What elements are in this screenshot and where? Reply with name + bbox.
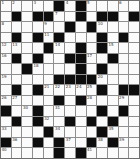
white-cell[interactable]: 38 (97, 138, 107, 148)
clue-number: 22 (55, 85, 60, 89)
black-cell (97, 33, 107, 43)
white-cell[interactable] (22, 127, 32, 137)
white-cell[interactable]: 26 (1, 96, 11, 106)
white-cell[interactable] (76, 106, 86, 116)
white-cell[interactable]: 20 (97, 75, 107, 85)
white-cell[interactable] (44, 64, 54, 74)
clue-number: 3 (34, 1, 37, 5)
white-cell[interactable] (129, 75, 139, 85)
white-cell[interactable] (129, 148, 139, 158)
black-cell (87, 75, 97, 85)
white-cell[interactable] (76, 22, 86, 32)
crossword-grid: 1234567891011121314151617181920212223242… (0, 0, 140, 159)
black-cell (22, 64, 32, 74)
white-cell[interactable] (65, 148, 75, 158)
clue-number: 23 (66, 85, 71, 89)
black-cell (12, 85, 22, 95)
white-cell[interactable] (97, 96, 107, 106)
black-cell (76, 148, 86, 158)
clue-number: 31 (55, 106, 60, 110)
white-cell[interactable] (87, 106, 97, 116)
white-cell[interactable]: 37 (65, 138, 75, 148)
black-cell (65, 75, 75, 85)
black-cell (97, 106, 107, 116)
white-cell[interactable] (87, 12, 97, 22)
white-cell[interactable]: 18 (33, 64, 43, 74)
black-cell (65, 117, 75, 127)
clue-number: 36 (12, 138, 17, 142)
black-cell (33, 85, 43, 95)
white-cell[interactable] (129, 96, 139, 106)
white-cell[interactable] (87, 127, 97, 137)
white-cell[interactable] (119, 117, 129, 127)
white-cell[interactable] (65, 64, 75, 74)
white-cell[interactable]: 8 (1, 22, 11, 32)
white-cell[interactable] (12, 148, 22, 158)
white-cell[interactable] (129, 33, 139, 43)
clue-number: 25 (87, 85, 92, 89)
black-cell (12, 33, 22, 43)
white-cell[interactable] (44, 138, 54, 148)
white-cell[interactable] (129, 54, 139, 64)
white-cell[interactable] (54, 117, 64, 127)
white-cell[interactable] (119, 22, 129, 32)
black-cell (54, 1, 64, 11)
white-cell[interactable]: 22 (54, 85, 64, 95)
white-cell[interactable] (44, 106, 54, 116)
clue-number: 4 (66, 1, 69, 5)
white-cell[interactable] (108, 33, 118, 43)
white-cell[interactable] (65, 127, 75, 137)
white-cell[interactable] (119, 54, 129, 64)
white-cell[interactable]: 39 (119, 138, 129, 148)
white-cell[interactable] (1, 64, 11, 74)
white-cell[interactable] (129, 43, 139, 53)
clue-number: 13 (12, 43, 17, 47)
black-cell (76, 43, 86, 53)
black-cell (54, 33, 64, 43)
clue-number: 12 (2, 43, 7, 47)
black-cell (76, 1, 86, 11)
white-cell[interactable] (22, 33, 32, 43)
black-cell (87, 138, 97, 148)
white-cell[interactable]: 36 (12, 138, 22, 148)
white-cell[interactable]: 16 (1, 54, 11, 64)
white-cell[interactable] (87, 33, 97, 43)
white-cell[interactable] (1, 33, 11, 43)
white-cell[interactable]: 12 (1, 43, 11, 53)
clue-number: 28 (87, 96, 92, 100)
black-cell (1, 106, 11, 116)
white-cell[interactable]: 9 (44, 22, 54, 32)
clue-number: 7 (55, 12, 58, 16)
white-cell[interactable] (119, 64, 129, 74)
white-cell[interactable]: 24 (76, 85, 86, 95)
black-cell (33, 54, 43, 64)
clue-number: 21 (44, 85, 49, 89)
white-cell[interactable] (76, 138, 86, 148)
white-cell[interactable] (12, 22, 22, 32)
white-cell[interactable] (22, 148, 32, 158)
white-cell[interactable]: 19 (1, 75, 11, 85)
white-cell[interactable]: 34 (54, 127, 64, 137)
white-cell[interactable] (129, 64, 139, 74)
white-cell[interactable] (22, 138, 32, 148)
white-cell[interactable] (33, 75, 43, 85)
white-cell[interactable] (108, 1, 118, 11)
clue-number: 33 (2, 127, 7, 131)
white-cell[interactable] (65, 96, 75, 106)
white-cell[interactable] (22, 43, 32, 53)
white-cell[interactable] (108, 22, 118, 32)
black-cell (12, 12, 22, 22)
white-cell[interactable] (97, 1, 107, 11)
white-cell[interactable] (22, 22, 32, 32)
white-cell[interactable] (76, 127, 86, 137)
black-cell (76, 96, 86, 106)
white-cell[interactable] (129, 1, 139, 11)
white-cell[interactable] (108, 106, 118, 116)
white-cell[interactable]: 15 (108, 43, 118, 53)
black-cell (33, 33, 43, 43)
white-cell[interactable] (108, 64, 118, 74)
black-cell (54, 96, 64, 106)
white-cell[interactable]: 41 (87, 148, 97, 158)
clue-number: 8 (2, 22, 5, 26)
black-cell (44, 12, 54, 22)
black-cell (54, 138, 64, 148)
black-cell (97, 85, 107, 95)
clue-number: 20 (98, 75, 103, 79)
white-cell[interactable] (33, 127, 43, 137)
white-cell[interactable] (12, 75, 22, 85)
white-cell[interactable]: 23 (65, 85, 75, 95)
clue-number: 2 (12, 1, 15, 5)
clue-number: 11 (44, 33, 49, 37)
white-cell[interactable] (129, 22, 139, 32)
clue-number: 32 (44, 117, 49, 121)
black-cell (33, 117, 43, 127)
white-cell[interactable] (12, 64, 22, 74)
white-cell[interactable]: 35 (108, 127, 118, 137)
white-cell[interactable] (44, 96, 54, 106)
white-cell[interactable]: 11 (44, 33, 54, 43)
white-cell[interactable] (22, 117, 32, 127)
black-cell (76, 75, 86, 85)
clue-number: 38 (98, 138, 103, 142)
black-cell (33, 138, 43, 148)
clue-number: 27 (12, 96, 17, 100)
black-cell (119, 85, 129, 95)
white-cell[interactable] (119, 75, 129, 85)
clue-number: 5 (87, 1, 90, 5)
black-cell (97, 127, 107, 137)
white-cell[interactable]: 10 (97, 22, 107, 32)
white-cell[interactable] (119, 43, 129, 53)
white-cell[interactable] (12, 127, 22, 137)
clue-number: 40 (2, 148, 7, 152)
black-cell (97, 64, 107, 74)
white-cell[interactable] (33, 96, 43, 106)
white-cell[interactable] (44, 54, 54, 64)
black-cell (87, 22, 97, 32)
white-cell[interactable] (22, 54, 32, 64)
white-cell[interactable] (1, 117, 11, 127)
black-cell (12, 54, 22, 64)
black-cell (44, 127, 54, 137)
black-cell (54, 75, 64, 85)
white-cell[interactable]: 6 (119, 1, 129, 11)
white-cell[interactable]: 30 (22, 106, 32, 116)
white-cell[interactable] (87, 43, 97, 53)
white-cell[interactable]: 40 (1, 148, 11, 158)
clue-number: 9 (44, 22, 47, 26)
white-cell[interactable] (65, 33, 75, 43)
white-cell[interactable] (1, 12, 11, 22)
white-cell[interactable] (97, 54, 107, 64)
white-cell[interactable] (108, 96, 118, 106)
black-cell (97, 43, 107, 53)
clue-number: 14 (55, 43, 60, 47)
black-cell (119, 106, 129, 116)
black-cell (129, 85, 139, 95)
black-cell (76, 12, 86, 22)
black-cell (108, 117, 118, 127)
white-cell[interactable] (22, 1, 32, 11)
white-cell[interactable] (97, 117, 107, 127)
white-cell[interactable]: 5 (87, 1, 97, 11)
white-cell[interactable] (65, 12, 75, 22)
white-cell[interactable] (119, 148, 129, 158)
white-cell[interactable] (97, 148, 107, 158)
white-cell[interactable] (44, 75, 54, 85)
clue-number: 35 (108, 127, 113, 131)
white-cell[interactable] (76, 117, 86, 127)
white-cell[interactable] (129, 117, 139, 127)
white-cell[interactable]: 31 (54, 106, 64, 116)
white-cell[interactable] (108, 148, 118, 158)
black-cell (12, 117, 22, 127)
clue-number: 29 (119, 96, 124, 100)
black-cell (76, 64, 86, 74)
white-cell[interactable] (129, 138, 139, 148)
white-cell[interactable] (65, 106, 75, 116)
white-cell[interactable]: 33 (1, 127, 11, 137)
white-cell[interactable]: 28 (87, 96, 97, 106)
white-cell[interactable] (22, 85, 32, 95)
white-cell[interactable] (12, 106, 22, 116)
black-cell (87, 117, 97, 127)
crossword-page: 1234567891011121314151617181920212223242… (0, 0, 140, 159)
white-cell[interactable]: 17 (87, 54, 97, 64)
white-cell[interactable] (1, 85, 11, 95)
clue-number: 41 (87, 148, 92, 152)
black-cell (129, 12, 139, 22)
black-cell (76, 54, 86, 64)
clue-number: 37 (66, 138, 71, 142)
clue-number: 39 (119, 138, 124, 142)
clue-number: 26 (2, 96, 7, 100)
white-cell[interactable]: 3 (33, 1, 43, 11)
clue-number: 1 (2, 1, 5, 5)
white-cell[interactable] (129, 127, 139, 137)
white-cell[interactable]: 13 (12, 43, 22, 53)
black-cell (1, 138, 11, 148)
white-cell[interactable] (33, 22, 43, 32)
white-cell[interactable] (54, 54, 64, 64)
black-cell (65, 54, 75, 64)
clue-number: 15 (108, 43, 113, 47)
white-cell[interactable] (33, 43, 43, 53)
white-cell[interactable] (54, 64, 64, 74)
white-cell[interactable] (119, 127, 129, 137)
clue-number: 34 (55, 127, 60, 131)
white-cell[interactable]: 7 (54, 12, 64, 22)
white-cell[interactable]: 14 (54, 43, 64, 53)
clue-number: 6 (119, 1, 122, 5)
black-cell (65, 22, 75, 32)
white-cell[interactable]: 1 (1, 1, 11, 11)
white-cell[interactable] (76, 33, 86, 43)
white-cell[interactable] (44, 1, 54, 11)
black-cell (108, 54, 118, 64)
clue-number: 16 (2, 54, 7, 58)
white-cell[interactable]: 27 (12, 96, 22, 106)
white-cell[interactable]: 2 (12, 1, 22, 11)
white-cell[interactable]: 29 (119, 96, 129, 106)
white-cell[interactable] (22, 96, 32, 106)
white-cell[interactable] (108, 85, 118, 95)
clue-number: 17 (87, 54, 92, 58)
white-cell[interactable] (108, 75, 118, 85)
white-cell[interactable] (44, 148, 54, 158)
black-cell (108, 12, 118, 22)
white-cell[interactable]: 21 (44, 85, 54, 95)
white-cell[interactable]: 32 (44, 117, 54, 127)
black-cell (44, 43, 54, 53)
black-cell (108, 138, 118, 148)
clue-number: 10 (98, 22, 103, 26)
white-cell[interactable] (33, 148, 43, 158)
white-cell[interactable] (54, 22, 64, 32)
white-cell[interactable] (65, 43, 75, 53)
white-cell[interactable]: 4 (65, 1, 75, 11)
white-cell[interactable] (119, 12, 129, 22)
black-cell (33, 106, 43, 116)
white-cell[interactable] (22, 75, 32, 85)
clue-number: 30 (23, 106, 28, 110)
black-cell (97, 12, 107, 22)
clue-number: 24 (76, 85, 81, 89)
black-cell (119, 33, 129, 43)
white-cell[interactable]: 25 (87, 85, 97, 95)
clue-number: 19 (2, 75, 7, 79)
white-cell[interactable] (129, 106, 139, 116)
clue-number: 18 (34, 64, 39, 68)
black-cell (54, 148, 64, 158)
white-cell[interactable] (87, 64, 97, 74)
black-cell (33, 12, 43, 22)
white-cell[interactable] (22, 12, 32, 22)
